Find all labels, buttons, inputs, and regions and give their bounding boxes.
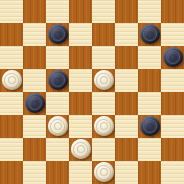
square-a3[interactable] <box>0 115 23 138</box>
square-b2[interactable] <box>23 138 46 161</box>
square-f4[interactable] <box>115 92 138 115</box>
square-e2 <box>92 138 115 161</box>
square-g1[interactable] <box>138 161 161 184</box>
square-h7 <box>161 23 184 46</box>
square-b3 <box>23 115 46 138</box>
square-e7[interactable] <box>92 23 115 46</box>
square-h1 <box>161 161 184 184</box>
square-g3[interactable] <box>138 115 161 138</box>
square-d7 <box>69 23 92 46</box>
square-g6 <box>138 46 161 69</box>
square-c4 <box>46 92 69 115</box>
square-d3 <box>69 115 92 138</box>
square-g5[interactable] <box>138 69 161 92</box>
square-c2 <box>46 138 69 161</box>
square-e5[interactable] <box>92 69 115 92</box>
black-man-c5[interactable] <box>48 70 68 90</box>
square-a8 <box>0 0 23 23</box>
square-h3 <box>161 115 184 138</box>
square-f1 <box>115 161 138 184</box>
square-f7 <box>115 23 138 46</box>
square-d2[interactable] <box>69 138 92 161</box>
square-f5 <box>115 69 138 92</box>
square-d5 <box>69 69 92 92</box>
square-b1 <box>23 161 46 184</box>
square-c3[interactable] <box>46 115 69 138</box>
white-man-a5[interactable] <box>2 70 22 90</box>
checkers-board <box>0 0 184 184</box>
square-a2 <box>0 138 23 161</box>
square-g7[interactable] <box>138 23 161 46</box>
square-b7 <box>23 23 46 46</box>
black-man-b4[interactable] <box>25 93 45 113</box>
square-f2[interactable] <box>115 138 138 161</box>
square-e1[interactable] <box>92 161 115 184</box>
square-g4 <box>138 92 161 115</box>
square-h5 <box>161 69 184 92</box>
black-man-g7[interactable] <box>140 24 160 44</box>
square-d6[interactable] <box>69 46 92 69</box>
square-e4 <box>92 92 115 115</box>
square-c5[interactable] <box>46 69 69 92</box>
square-b6[interactable] <box>23 46 46 69</box>
square-c1[interactable] <box>46 161 69 184</box>
black-man-h6[interactable] <box>163 47 183 67</box>
square-a7[interactable] <box>0 23 23 46</box>
square-a6 <box>0 46 23 69</box>
square-c6 <box>46 46 69 69</box>
square-b5 <box>23 69 46 92</box>
black-man-g3[interactable] <box>140 116 160 136</box>
black-man-c7[interactable] <box>48 24 68 44</box>
square-f3 <box>115 115 138 138</box>
square-b8[interactable] <box>23 0 46 23</box>
white-man-e3[interactable] <box>94 116 114 136</box>
square-h4[interactable] <box>161 92 184 115</box>
square-c7[interactable] <box>46 23 69 46</box>
square-a1[interactable] <box>0 161 23 184</box>
square-a4 <box>0 92 23 115</box>
square-g8 <box>138 0 161 23</box>
white-man-d2[interactable] <box>71 139 91 159</box>
square-d1 <box>69 161 92 184</box>
square-f6[interactable] <box>115 46 138 69</box>
white-man-c3[interactable] <box>48 116 68 136</box>
white-man-e1[interactable] <box>94 162 114 182</box>
square-h8[interactable] <box>161 0 184 23</box>
square-b4[interactable] <box>23 92 46 115</box>
square-h2[interactable] <box>161 138 184 161</box>
square-d8[interactable] <box>69 0 92 23</box>
square-a5[interactable] <box>0 69 23 92</box>
square-e6 <box>92 46 115 69</box>
square-h6[interactable] <box>161 46 184 69</box>
square-d4[interactable] <box>69 92 92 115</box>
square-f8[interactable] <box>115 0 138 23</box>
square-e3[interactable] <box>92 115 115 138</box>
square-c8 <box>46 0 69 23</box>
square-g2 <box>138 138 161 161</box>
square-e8 <box>92 0 115 23</box>
white-man-e5[interactable] <box>94 70 114 90</box>
